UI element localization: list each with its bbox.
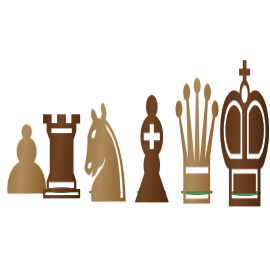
piece-king: ♚ (224, 69, 266, 194)
king-icon: ♚ (214, 37, 270, 237)
chess-pieces-photo: ♟ ♜ ♞ ♝ ♛ ♚ (0, 0, 270, 270)
piece-bishop: ♝ (133, 103, 170, 193)
piece-queen: ♛ (176, 88, 218, 193)
